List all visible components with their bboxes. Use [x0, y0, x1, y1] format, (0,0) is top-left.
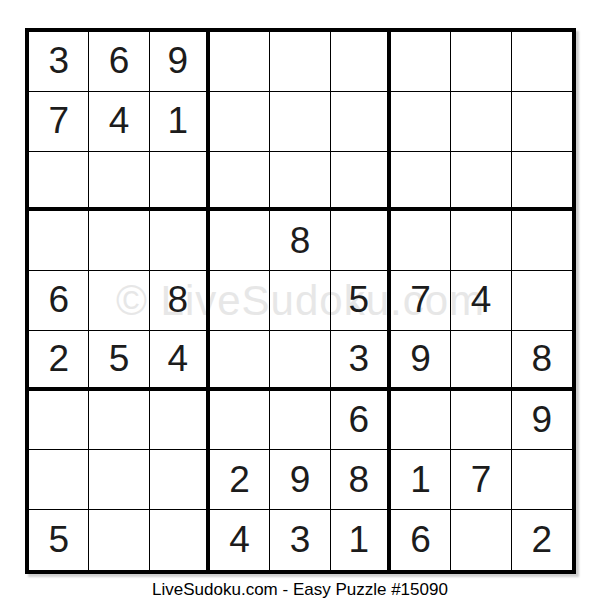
- cell-r3c2[interactable]: [89, 152, 149, 212]
- cell-r6c8[interactable]: [451, 331, 511, 391]
- cell-r1c1[interactable]: 3: [29, 32, 89, 92]
- cell-r9c6[interactable]: 1: [331, 510, 391, 570]
- cell-r3c7[interactable]: [391, 152, 451, 212]
- cell-r3c3[interactable]: [150, 152, 210, 212]
- cell-r7c3[interactable]: [150, 391, 210, 451]
- cell-r1c8[interactable]: [451, 32, 511, 92]
- cell-r8c4[interactable]: 2: [210, 450, 270, 510]
- cell-r3c1[interactable]: [29, 152, 89, 212]
- cell-r8c7[interactable]: 1: [391, 450, 451, 510]
- cell-r8c5[interactable]: 9: [270, 450, 330, 510]
- cell-r8c8[interactable]: 7: [451, 450, 511, 510]
- cell-r8c1[interactable]: [29, 450, 89, 510]
- cell-r4c2[interactable]: [89, 211, 149, 271]
- cell-r5c4[interactable]: [210, 271, 270, 331]
- cell-r7c4[interactable]: [210, 391, 270, 451]
- cell-r1c6[interactable]: [331, 32, 391, 92]
- cell-r4c1[interactable]: [29, 211, 89, 271]
- cell-r1c4[interactable]: [210, 32, 270, 92]
- cell-r4c5[interactable]: 8: [270, 211, 330, 271]
- cell-r9c7[interactable]: 6: [391, 510, 451, 570]
- cell-r9c5[interactable]: 3: [270, 510, 330, 570]
- cell-r2c9[interactable]: [512, 92, 572, 152]
- cell-r4c3[interactable]: [150, 211, 210, 271]
- cell-r9c9[interactable]: 2: [512, 510, 572, 570]
- cell-r7c2[interactable]: [89, 391, 149, 451]
- cell-r7c1[interactable]: [29, 391, 89, 451]
- cell-r5c2[interactable]: [89, 271, 149, 331]
- cell-r4c8[interactable]: [451, 211, 511, 271]
- cell-r9c3[interactable]: [150, 510, 210, 570]
- cell-r1c7[interactable]: [391, 32, 451, 92]
- cell-r2c3[interactable]: 1: [150, 92, 210, 152]
- cell-r7c8[interactable]: [451, 391, 511, 451]
- cell-r6c7[interactable]: 9: [391, 331, 451, 391]
- cell-r1c9[interactable]: [512, 32, 572, 92]
- cell-r3c6[interactable]: [331, 152, 391, 212]
- cell-r7c7[interactable]: [391, 391, 451, 451]
- cell-r5c7[interactable]: 7: [391, 271, 451, 331]
- cell-r7c6[interactable]: 6: [331, 391, 391, 451]
- cell-r5c9[interactable]: [512, 271, 572, 331]
- cell-r7c9[interactable]: 9: [512, 391, 572, 451]
- cell-r9c1[interactable]: 5: [29, 510, 89, 570]
- cell-r5c1[interactable]: 6: [29, 271, 89, 331]
- cell-r4c9[interactable]: [512, 211, 572, 271]
- cell-r2c6[interactable]: [331, 92, 391, 152]
- cell-r5c6[interactable]: 5: [331, 271, 391, 331]
- cell-r3c8[interactable]: [451, 152, 511, 212]
- cell-r3c5[interactable]: [270, 152, 330, 212]
- cell-r6c9[interactable]: 8: [512, 331, 572, 391]
- sudoku-board: © LiveSudoku.com 36974186857425439869298…: [25, 28, 576, 574]
- cell-r8c9[interactable]: [512, 450, 572, 510]
- cell-r2c4[interactable]: [210, 92, 270, 152]
- cell-r5c3[interactable]: 8: [150, 271, 210, 331]
- cell-r5c8[interactable]: 4: [451, 271, 511, 331]
- cell-r6c2[interactable]: 5: [89, 331, 149, 391]
- cell-r2c8[interactable]: [451, 92, 511, 152]
- cell-r9c4[interactable]: 4: [210, 510, 270, 570]
- cell-r9c2[interactable]: [89, 510, 149, 570]
- cell-r8c6[interactable]: 8: [331, 450, 391, 510]
- caption: LiveSudoku.com - Easy Puzzle #15090: [0, 580, 600, 600]
- cell-r4c4[interactable]: [210, 211, 270, 271]
- cell-r6c1[interactable]: 2: [29, 331, 89, 391]
- cell-r1c3[interactable]: 9: [150, 32, 210, 92]
- cell-r8c3[interactable]: [150, 450, 210, 510]
- cell-r2c1[interactable]: 7: [29, 92, 89, 152]
- cell-r3c9[interactable]: [512, 152, 572, 212]
- cell-r2c5[interactable]: [270, 92, 330, 152]
- cell-r7c5[interactable]: [270, 391, 330, 451]
- cell-r6c5[interactable]: [270, 331, 330, 391]
- cell-r1c2[interactable]: 6: [89, 32, 149, 92]
- cell-r4c7[interactable]: [391, 211, 451, 271]
- cell-r9c8[interactable]: [451, 510, 511, 570]
- cell-r4c6[interactable]: [331, 211, 391, 271]
- cell-r8c2[interactable]: [89, 450, 149, 510]
- page: © LiveSudoku.com 36974186857425439869298…: [0, 0, 600, 615]
- cell-r5c5[interactable]: [270, 271, 330, 331]
- cell-r6c3[interactable]: 4: [150, 331, 210, 391]
- cell-r2c7[interactable]: [391, 92, 451, 152]
- cell-r1c5[interactable]: [270, 32, 330, 92]
- cell-r3c4[interactable]: [210, 152, 270, 212]
- cell-r6c6[interactable]: 3: [331, 331, 391, 391]
- cell-r6c4[interactable]: [210, 331, 270, 391]
- cell-r2c2[interactable]: 4: [89, 92, 149, 152]
